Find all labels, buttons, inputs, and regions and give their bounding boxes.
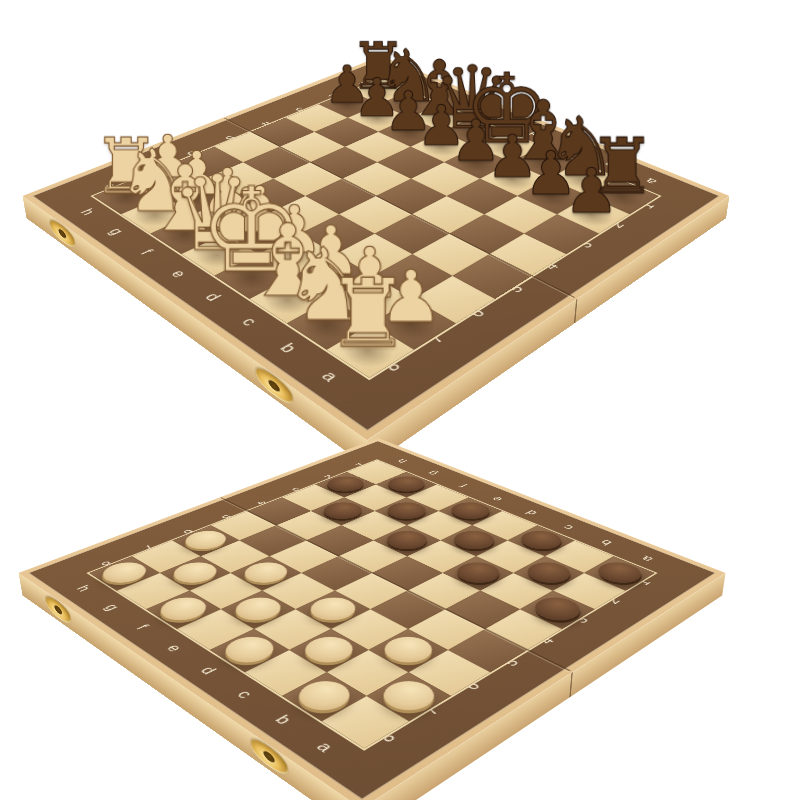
coordinate-label: 3 — [274, 98, 308, 114]
board-grid: ♜♞♝♛♚♝♞♜♟♟♟♟♟♟♟♟♟♟♟♟♟♟♟♟♜♞♝♛♚♝♞♜ — [93, 79, 659, 378]
coordinate-label: 6 — [163, 518, 198, 536]
chess-board-scene: hgfedcbahgfedcba1234567812345678♜♞♝♛♚♝♞♜… — [0, 0, 800, 400]
chess-piece-dark-pawn: ♟ — [564, 160, 619, 222]
dark-square — [221, 591, 296, 629]
board-top-surface: hgfedcbahgfedcba1234567812345678 — [18, 438, 725, 800]
playing-field — [86, 459, 657, 750]
chess-board: hgfedcbahgfedcba1234567812345678♜♞♝♛♚♝♞♜… — [22, 56, 729, 440]
fold-seam-edge — [574, 298, 578, 323]
coordinate-label: 4 — [240, 111, 275, 128]
coordinate-border: hgfedcbahgfedcba1234567812345678 — [28, 441, 715, 800]
fold-seam-edge — [569, 672, 573, 698]
coordinate-label: 4 — [237, 491, 272, 507]
dark-square — [372, 556, 443, 590]
board-grid — [89, 460, 655, 748]
coordinate-label: 3 — [271, 478, 305, 493]
coordinate-label: 8 — [81, 549, 116, 569]
chess-piece-light-rook: ♜ — [326, 267, 410, 361]
coordinate-label: 3 — [576, 239, 627, 264]
coordinate-label: 1 — [335, 454, 369, 468]
dark-square — [146, 591, 221, 629]
checkers-board: hgfedcbahgfedcba1234567812345678 — [18, 438, 725, 800]
board-top-surface: hgfedcbahgfedcba1234567812345678♜♞♝♛♚♝♞♜… — [22, 56, 729, 440]
light-square: ♟ — [557, 196, 630, 234]
coordinate-label: 5 — [505, 283, 557, 311]
checkers-board-scene: hgfedcbahgfedcba1234567812345678 — [0, 400, 800, 800]
light-square — [412, 196, 485, 234]
coordinate-label: 2 — [304, 466, 338, 481]
coordinate-label: 5 — [201, 504, 236, 521]
playing-field: ♜♞♝♛♚♝♞♜♟♟♟♟♟♟♟♟♟♟♟♟♟♟♟♟♜♞♝♛♚♝♞♜ — [90, 78, 661, 380]
dark-square — [301, 556, 372, 590]
coordinate-label: 7 — [123, 533, 158, 552]
checker-piece-light — [296, 632, 363, 668]
coordinate-border: hgfedcbahgfedcba1234567812345678♜♞♝♛♚♝♞♜… — [32, 59, 719, 431]
